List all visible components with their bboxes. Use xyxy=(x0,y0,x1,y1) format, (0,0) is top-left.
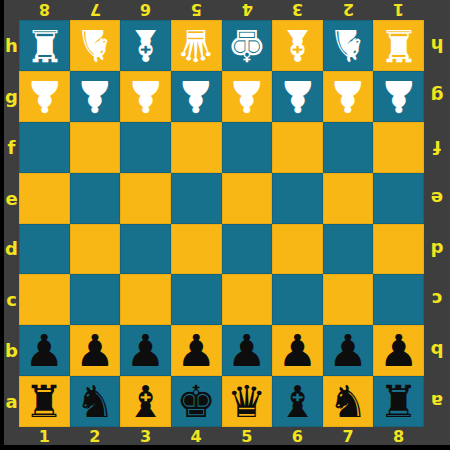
square-c7[interactable] xyxy=(323,274,374,325)
right-row-label: d xyxy=(424,224,450,275)
square-h8[interactable]: ♜ xyxy=(373,20,424,71)
left-row-label: h xyxy=(4,20,19,71)
white-king: ♚ xyxy=(227,20,266,70)
black-rook: ♜ xyxy=(25,377,64,427)
chess-board-illustration: 87654321h♜♞♝♛♚♝♞♜hg♟♟♟♟♟♟♟♟gffeeddccb♟♟♟… xyxy=(0,0,450,450)
square-g2[interactable]: ♟ xyxy=(70,71,121,122)
right-row-label: h xyxy=(424,20,450,71)
square-g4[interactable]: ♟ xyxy=(171,71,222,122)
black-rook: ♜ xyxy=(379,377,418,427)
square-d3[interactable] xyxy=(120,224,171,275)
left-row-label: a xyxy=(4,376,19,427)
black-queen: ♛ xyxy=(227,377,266,427)
square-f1[interactable] xyxy=(19,122,70,173)
black-pawn: ♟ xyxy=(176,326,215,376)
square-e2[interactable] xyxy=(70,173,121,224)
left-row-label: c xyxy=(4,274,19,325)
square-c5[interactable] xyxy=(222,274,273,325)
black-pawn: ♟ xyxy=(25,326,64,376)
square-c2[interactable] xyxy=(70,274,121,325)
square-e5[interactable] xyxy=(222,173,273,224)
square-a8[interactable]: ♜ xyxy=(373,376,424,427)
white-pawn: ♟ xyxy=(328,71,367,121)
white-pawn: ♟ xyxy=(379,71,418,121)
square-c8[interactable] xyxy=(373,274,424,325)
top-column-label: 1 xyxy=(373,0,424,20)
square-e1[interactable] xyxy=(19,173,70,224)
square-a5[interactable]: ♛ xyxy=(222,376,273,427)
square-d8[interactable] xyxy=(373,224,424,275)
black-pawn: ♟ xyxy=(227,326,266,376)
left-row-label: g xyxy=(4,71,19,122)
square-g7[interactable]: ♟ xyxy=(323,71,374,122)
top-column-label: 7 xyxy=(70,0,121,20)
square-h2[interactable]: ♞ xyxy=(70,20,121,71)
top-column-label: 8 xyxy=(19,0,70,20)
square-b7[interactable]: ♟ xyxy=(323,325,374,376)
square-b1[interactable]: ♟ xyxy=(19,325,70,376)
square-e8[interactable] xyxy=(373,173,424,224)
square-d4[interactable] xyxy=(171,224,222,275)
square-c1[interactable] xyxy=(19,274,70,325)
square-e3[interactable] xyxy=(120,173,171,224)
square-h4[interactable]: ♛ xyxy=(171,20,222,71)
square-b6[interactable]: ♟ xyxy=(272,325,323,376)
white-pawn: ♟ xyxy=(126,71,165,121)
square-f3[interactable] xyxy=(120,122,171,173)
white-knight: ♞ xyxy=(75,20,114,70)
white-bishop: ♝ xyxy=(126,20,165,70)
black-knight: ♞ xyxy=(75,377,114,427)
square-c3[interactable] xyxy=(120,274,171,325)
square-h6[interactable]: ♝ xyxy=(272,20,323,71)
square-g1[interactable]: ♟ xyxy=(19,71,70,122)
top-column-label: 6 xyxy=(120,0,171,20)
bottom-column-label: 3 xyxy=(120,427,171,445)
black-pawn: ♟ xyxy=(328,326,367,376)
bottom-column-label: 1 xyxy=(19,427,70,445)
square-b2[interactable]: ♟ xyxy=(70,325,121,376)
black-knight: ♞ xyxy=(328,377,367,427)
white-pawn: ♟ xyxy=(25,71,64,121)
left-row-label: b xyxy=(4,325,19,376)
bottom-column-label: 2 xyxy=(70,427,121,445)
square-b3[interactable]: ♟ xyxy=(120,325,171,376)
square-f4[interactable] xyxy=(171,122,222,173)
frame-corner-bottom-left xyxy=(4,427,19,445)
square-g6[interactable]: ♟ xyxy=(272,71,323,122)
square-a7[interactable]: ♞ xyxy=(323,376,374,427)
frame-corner-top-left xyxy=(4,0,19,20)
square-a4[interactable]: ♚ xyxy=(171,376,222,427)
square-c6[interactable] xyxy=(272,274,323,325)
black-pawn: ♟ xyxy=(379,326,418,376)
black-pawn: ♟ xyxy=(75,326,114,376)
top-column-label: 2 xyxy=(323,0,374,20)
square-d5[interactable] xyxy=(222,224,273,275)
bottom-column-label: 4 xyxy=(171,427,222,445)
right-row-label: e xyxy=(424,173,450,224)
white-queen: ♛ xyxy=(176,20,215,70)
left-row-label: e xyxy=(4,173,19,224)
square-f7[interactable] xyxy=(323,122,374,173)
left-row-label: d xyxy=(4,224,19,275)
right-row-label: g xyxy=(424,71,450,122)
square-d6[interactable] xyxy=(272,224,323,275)
black-pawn: ♟ xyxy=(278,326,317,376)
square-f6[interactable] xyxy=(272,122,323,173)
bottom-column-label: 5 xyxy=(222,427,273,445)
black-bishop: ♝ xyxy=(126,377,165,427)
white-rook: ♜ xyxy=(25,20,64,70)
frame-corner-top-right xyxy=(424,0,450,20)
square-c4[interactable] xyxy=(171,274,222,325)
black-bishop: ♝ xyxy=(278,377,317,427)
square-e7[interactable] xyxy=(323,173,374,224)
square-g3[interactable]: ♟ xyxy=(120,71,171,122)
square-d7[interactable] xyxy=(323,224,374,275)
square-a6[interactable]: ♝ xyxy=(272,376,323,427)
square-b4[interactable]: ♟ xyxy=(171,325,222,376)
white-bishop: ♝ xyxy=(278,20,317,70)
square-g5[interactable]: ♟ xyxy=(222,71,273,122)
bottom-column-label: 7 xyxy=(323,427,374,445)
top-column-label: 3 xyxy=(272,0,323,20)
square-a2[interactable]: ♞ xyxy=(70,376,121,427)
white-pawn: ♟ xyxy=(176,71,215,121)
square-h1[interactable]: ♜ xyxy=(19,20,70,71)
square-h3[interactable]: ♝ xyxy=(120,20,171,71)
square-b5[interactable]: ♟ xyxy=(222,325,273,376)
square-e6[interactable] xyxy=(272,173,323,224)
white-pawn: ♟ xyxy=(227,71,266,121)
top-column-label: 5 xyxy=(171,0,222,20)
square-h5[interactable]: ♚ xyxy=(222,20,273,71)
square-h7[interactable]: ♞ xyxy=(323,20,374,71)
square-a3[interactable]: ♝ xyxy=(120,376,171,427)
right-row-label: a xyxy=(424,376,450,427)
square-g8[interactable]: ♟ xyxy=(373,71,424,122)
black-king: ♚ xyxy=(176,377,215,427)
square-a1[interactable]: ♜ xyxy=(19,376,70,427)
top-column-label: 4 xyxy=(222,0,273,20)
black-pawn: ♟ xyxy=(126,326,165,376)
right-row-label: b xyxy=(424,325,450,376)
white-rook: ♜ xyxy=(379,20,418,70)
square-e4[interactable] xyxy=(171,173,222,224)
bottom-column-label: 8 xyxy=(373,427,424,445)
bottom-column-label: 6 xyxy=(272,427,323,445)
left-row-label: f xyxy=(4,122,19,173)
white-pawn: ♟ xyxy=(278,71,317,121)
square-b8[interactable]: ♟ xyxy=(373,325,424,376)
square-d2[interactable] xyxy=(70,224,121,275)
board-frame: 87654321h♜♞♝♛♚♝♞♜hg♟♟♟♟♟♟♟♟gffeeddccb♟♟♟… xyxy=(0,0,450,450)
right-row-label: f xyxy=(424,122,450,173)
square-f8[interactable] xyxy=(373,122,424,173)
white-pawn: ♟ xyxy=(75,71,114,121)
right-row-label: c xyxy=(424,274,450,325)
white-knight: ♞ xyxy=(328,20,367,70)
square-d1[interactable] xyxy=(19,224,70,275)
square-f5[interactable] xyxy=(222,122,273,173)
frame-corner-bottom-right xyxy=(424,427,450,445)
square-f2[interactable] xyxy=(70,122,121,173)
